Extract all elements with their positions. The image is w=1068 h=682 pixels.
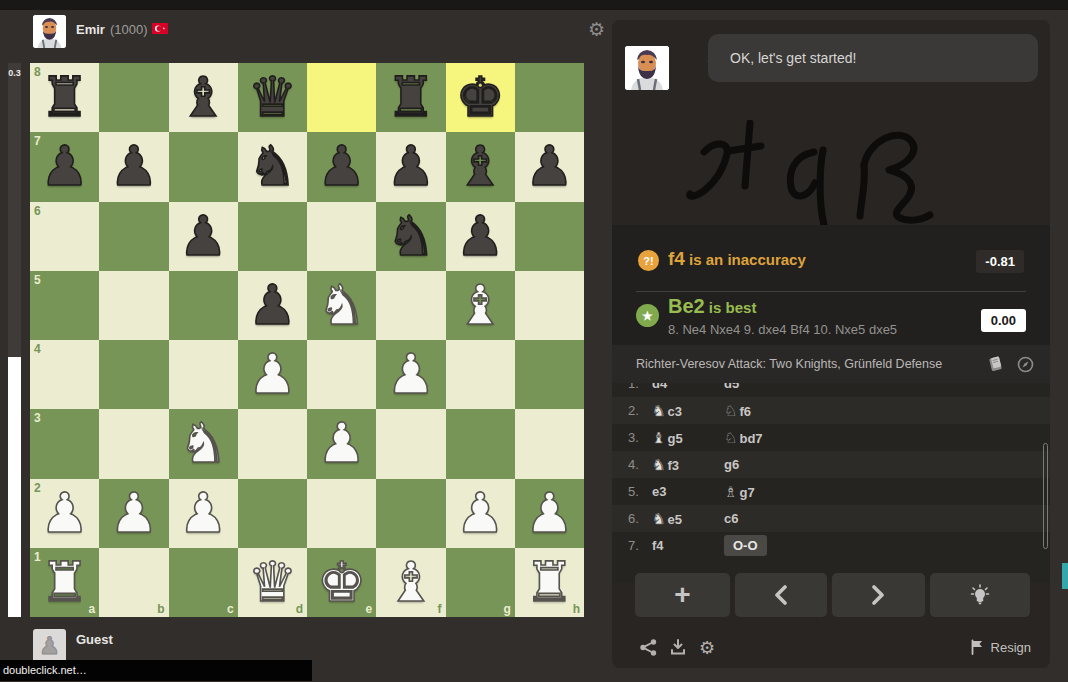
player-rating: (1000) [110,22,148,37]
square-b6[interactable] [99,202,168,271]
player-name: Guest [76,632,113,647]
avatar-emir[interactable] [33,15,66,48]
move-row-5: 5.e3♗g7 [612,478,1050,505]
square-a3[interactable]: 3 [30,409,99,478]
square-c5[interactable] [169,271,238,340]
rank-label: 1 [34,550,41,564]
best-move-star-icon: ★ [636,304,659,327]
game-side-panel: OK, let's get started! ?! f4 is an inacc… [612,20,1050,668]
move-number: 1. [628,383,652,391]
square-e6[interactable] [307,202,376,271]
chess-app-page: 0.3 8♜♝♛♜♚7♟♟♞♟♟♝♟6♟♞♟5♟♞♝4♟♟3♞♟2♟♟♟♟♟1a… [0,0,1068,682]
best-move-text: Be2 is best [668,295,756,318]
white-piece-icon: ♞ [652,402,665,420]
previous-move-button[interactable] [735,573,827,617]
square-e4[interactable] [307,340,376,409]
square-d3[interactable] [238,409,307,478]
white-piece-icon: ♞ [652,456,665,474]
square-b2[interactable]: ♟ [99,479,168,548]
resign-button[interactable]: Resign [970,639,1031,655]
white-pawn: ♟ [109,486,158,541]
square-g8[interactable]: ♚ [446,63,515,132]
black-queen: ♛ [248,70,297,125]
move-number: 2. [628,403,652,418]
lightbulb-icon [969,582,991,608]
inaccuracy-icon: ?! [638,250,659,271]
page-scroll-accent [1062,563,1068,589]
square-d5[interactable]: ♟ [238,271,307,340]
square-g5[interactable]: ♝ [446,271,515,340]
square-g3[interactable] [446,409,515,478]
white-pawn: ♟ [178,486,227,541]
bearded-man-avatar [625,46,669,90]
black-knight: ♞ [248,139,297,194]
black-pawn: ♟ [248,278,297,333]
black-piece-icon: ♘ [724,402,737,420]
white-move[interactable]: ♞c3 [652,402,724,420]
black-king: ♚ [455,70,504,125]
black-pawn: ♟ [178,209,227,264]
white-pawn: ♟ [40,486,89,541]
square-f3[interactable] [376,409,445,478]
black-move[interactable]: d5 [724,383,796,391]
file-label: g [503,602,510,616]
square-b3[interactable] [99,409,168,478]
black-knight: ♞ [386,209,435,264]
black-bishop: ♝ [178,70,227,125]
black-pawn: ♟ [455,209,504,264]
square-h1[interactable]: h♜ [515,548,584,617]
black-bishop: ♝ [455,139,504,194]
player-top-name-row: Emir (1000) [76,22,168,37]
white-rook: ♜ [40,555,89,610]
rank-label: 2 [34,481,41,495]
rank-label: 4 [34,342,41,356]
player-bottom: ♟ Guest [33,629,113,662]
square-f2[interactable] [376,479,445,548]
rank-label: 5 [34,273,41,287]
white-pawn: ♟ [386,347,435,402]
square-c3[interactable]: ♞ [169,409,238,478]
chat-bubble: OK, let's get started! [708,34,1038,82]
opening-book-icon[interactable] [988,356,1003,372]
square-d2[interactable] [238,479,307,548]
white-move[interactable]: f4 [652,538,724,553]
square-c6[interactable]: ♟ [169,202,238,271]
square-h6[interactable] [515,202,584,271]
best-move: Be2 [668,295,705,317]
inaccuracy-move: f4 [668,248,685,269]
square-f6[interactable]: ♞ [376,202,445,271]
pawn-avatar-icon: ♟ [39,632,61,660]
square-b7[interactable]: ♟ [99,132,168,201]
black-pawn: ♟ [386,139,435,194]
white-move[interactable]: ♞e5 [652,510,724,528]
board-settings-gear-icon[interactable]: ⚙ [588,18,605,40]
square-a8[interactable]: 8♜ [30,63,99,132]
file-label: f [438,602,442,616]
white-piece-icon: ♝ [652,429,665,447]
black-move[interactable]: ♗g7 [724,483,796,501]
coach-avatar [625,46,669,90]
analysis-block: ?! f4 is an inaccuracy -0.81 ★ Be2 is be… [612,225,1050,345]
square-d1[interactable]: d♛ [238,548,307,617]
chevron-left-icon [774,585,788,605]
white-bishop: ♝ [386,555,435,610]
square-d8[interactable]: ♛ [238,63,307,132]
square-d4[interactable]: ♟ [238,340,307,409]
square-e5[interactable]: ♞ [307,271,376,340]
best-eval-badge: 0.00 [981,309,1026,332]
black-piece-icon: ♘ [724,429,737,447]
moves-section: Richter-Veresov Attack: Two Knights, Grü… [612,345,1050,583]
black-piece-icon: ♗ [724,483,737,501]
square-f7[interactable]: ♟ [376,132,445,201]
square-e2[interactable] [307,479,376,548]
square-a7[interactable]: 7♟ [30,132,99,201]
file-label: a [89,602,96,616]
file-label: b [157,602,164,616]
opening-row: Richter-Veresov Attack: Two Knights, Grü… [612,345,1050,383]
white-pawn: ♟ [248,347,297,402]
move-number: 7. [628,538,652,553]
square-c4[interactable] [169,340,238,409]
black-pawn: ♟ [109,139,158,194]
square-c8[interactable]: ♝ [169,63,238,132]
square-c1[interactable]: c [169,548,238,617]
file-label: d [296,602,303,616]
white-king: ♚ [317,555,366,610]
turkey-flag-icon [152,22,168,37]
inaccuracy-text: f4 is an inaccuracy [668,248,806,270]
file-label: c [227,602,234,616]
hint-button[interactable] [930,573,1030,617]
square-f5[interactable] [376,271,445,340]
square-g7[interactable]: ♝ [446,132,515,201]
white-rook: ♜ [525,555,574,610]
move-number: 6. [628,511,652,526]
square-a2[interactable]: 2♟ [30,479,99,548]
black-pawn: ♟ [525,139,574,194]
square-b5[interactable] [99,271,168,340]
move-number: 3. [628,430,652,445]
white-pawn: ♟ [525,486,574,541]
analysis-divider [636,291,1026,292]
player-name: Emir [76,22,105,37]
square-h2[interactable]: ♟ [515,479,584,548]
black-move[interactable]: O-O [724,535,796,556]
square-h7[interactable]: ♟ [515,132,584,201]
opening-icons [988,356,1034,373]
white-queen: ♛ [248,555,297,610]
move-row-7: 7.f4O-O [612,532,1050,559]
square-d6[interactable] [238,202,307,271]
square-f8[interactable]: ♜ [376,63,445,132]
white-move[interactable]: d4 [652,383,724,391]
move-list: 1.d4d52.♞c3♘f63.♝g5♘bd74.♞f3g65.e3♗g76.♞… [612,383,1050,564]
opening-name: Richter-Veresov Attack: Two Knights, Grü… [636,357,988,371]
evaluation-score: 0.3 [8,68,21,78]
white-move[interactable]: ♝g5 [652,429,724,447]
black-pawn: ♟ [317,139,366,194]
evaluation-bar: 0.3 [8,63,21,617]
rank-label: 7 [34,134,41,148]
chat-message: OK, let's get started! [730,50,856,66]
square-f4[interactable]: ♟ [376,340,445,409]
white-move[interactable]: e3 [652,484,724,499]
file-label: e [366,602,373,616]
rank-label: 8 [34,65,41,79]
move-row-1: 1.d4d5 [612,383,1050,397]
move-row-3: 3.♝g5♘bd7 [612,424,1050,451]
bearded-man-avatar [33,15,66,48]
black-move[interactable]: ♘bd7 [724,429,796,447]
square-h8[interactable] [515,63,584,132]
square-c7[interactable] [169,132,238,201]
white-pawn: ♟ [455,486,504,541]
navigation-buttons: + [635,573,1030,617]
black-rook: ♜ [40,70,89,125]
player-top: Emir (1000) [33,15,168,48]
panel-footer: ⚙ Resign [640,635,1031,659]
chevron-right-icon [871,585,885,605]
move-number: 5. [628,484,652,499]
move-row-2: 2.♞c3♘f6 [612,397,1050,424]
rank-label: 6 [34,204,41,218]
move-row-4: 4.♞f3g6 [612,451,1050,478]
square-g4[interactable] [446,340,515,409]
square-h4[interactable] [515,340,584,409]
settings-gear-icon[interactable]: ⚙ [699,637,715,658]
square-b4[interactable] [99,340,168,409]
white-bishop: ♝ [455,278,504,333]
browser-status-bar: doubleclick.net… [0,660,312,681]
white-piece-icon: ♞ [652,510,665,528]
next-move-button[interactable] [832,573,924,617]
square-a4[interactable]: 4 [30,340,99,409]
chess-board[interactable]: 8♜♝♛♜♚7♟♟♞♟♟♝♟6♟♞♟5♟♞♝4♟♟3♞♟2♟♟♟♟♟1a♜bcd… [30,63,584,617]
square-b1[interactable]: b [99,548,168,617]
square-g6[interactable]: ♟ [446,202,515,271]
square-e8[interactable] [307,63,376,132]
white-move[interactable]: ♞f3 [652,456,724,474]
square-a6[interactable]: 6 [30,202,99,271]
flag-icon [970,639,985,655]
square-e7[interactable]: ♟ [307,132,376,201]
black-move[interactable]: ♘f6 [724,402,796,420]
explorer-compass-icon[interactable] [1017,356,1034,373]
square-h3[interactable] [515,409,584,478]
resign-label: Resign [991,640,1031,655]
share-icon[interactable] [640,639,657,656]
download-icon[interactable] [670,639,686,655]
square-g1[interactable]: g [446,548,515,617]
move-number: 4. [628,457,652,472]
add-move-button[interactable]: + [635,573,730,617]
square-g2[interactable]: ♟ [446,479,515,548]
black-pawn: ♟ [40,139,89,194]
white-knight: ♞ [178,416,227,471]
best-move-line: 8. Ne4 Nxe4 9. dxe4 Bf4 10. Nxe5 dxe5 [668,322,897,337]
inaccuracy-eval-badge: -0.81 [976,250,1024,273]
top-strip [0,0,1068,10]
square-a1[interactable]: 1a♜ [30,548,99,617]
white-knight: ♞ [317,278,366,333]
evaluation-bar-white [8,357,21,617]
move-row-6: 6.♞e5c6 [612,505,1050,532]
square-e1[interactable]: e♚ [307,548,376,617]
avatar-guest[interactable]: ♟ [33,629,66,662]
black-move[interactable]: c6 [724,511,796,526]
square-d7[interactable]: ♞ [238,132,307,201]
black-rook: ♜ [386,70,435,125]
square-a5[interactable]: 5 [30,271,99,340]
square-f1[interactable]: f♝ [376,548,445,617]
move-list-scrollbar[interactable] [1043,443,1048,549]
player-bottom-name-row: Guest [76,632,113,647]
black-move[interactable]: g6 [724,457,796,472]
square-b8[interactable] [99,63,168,132]
square-c2[interactable]: ♟ [169,479,238,548]
square-e3[interactable]: ♟ [307,409,376,478]
square-h5[interactable] [515,271,584,340]
rank-label: 3 [34,411,41,425]
file-label: h [573,602,580,616]
white-pawn: ♟ [317,416,366,471]
